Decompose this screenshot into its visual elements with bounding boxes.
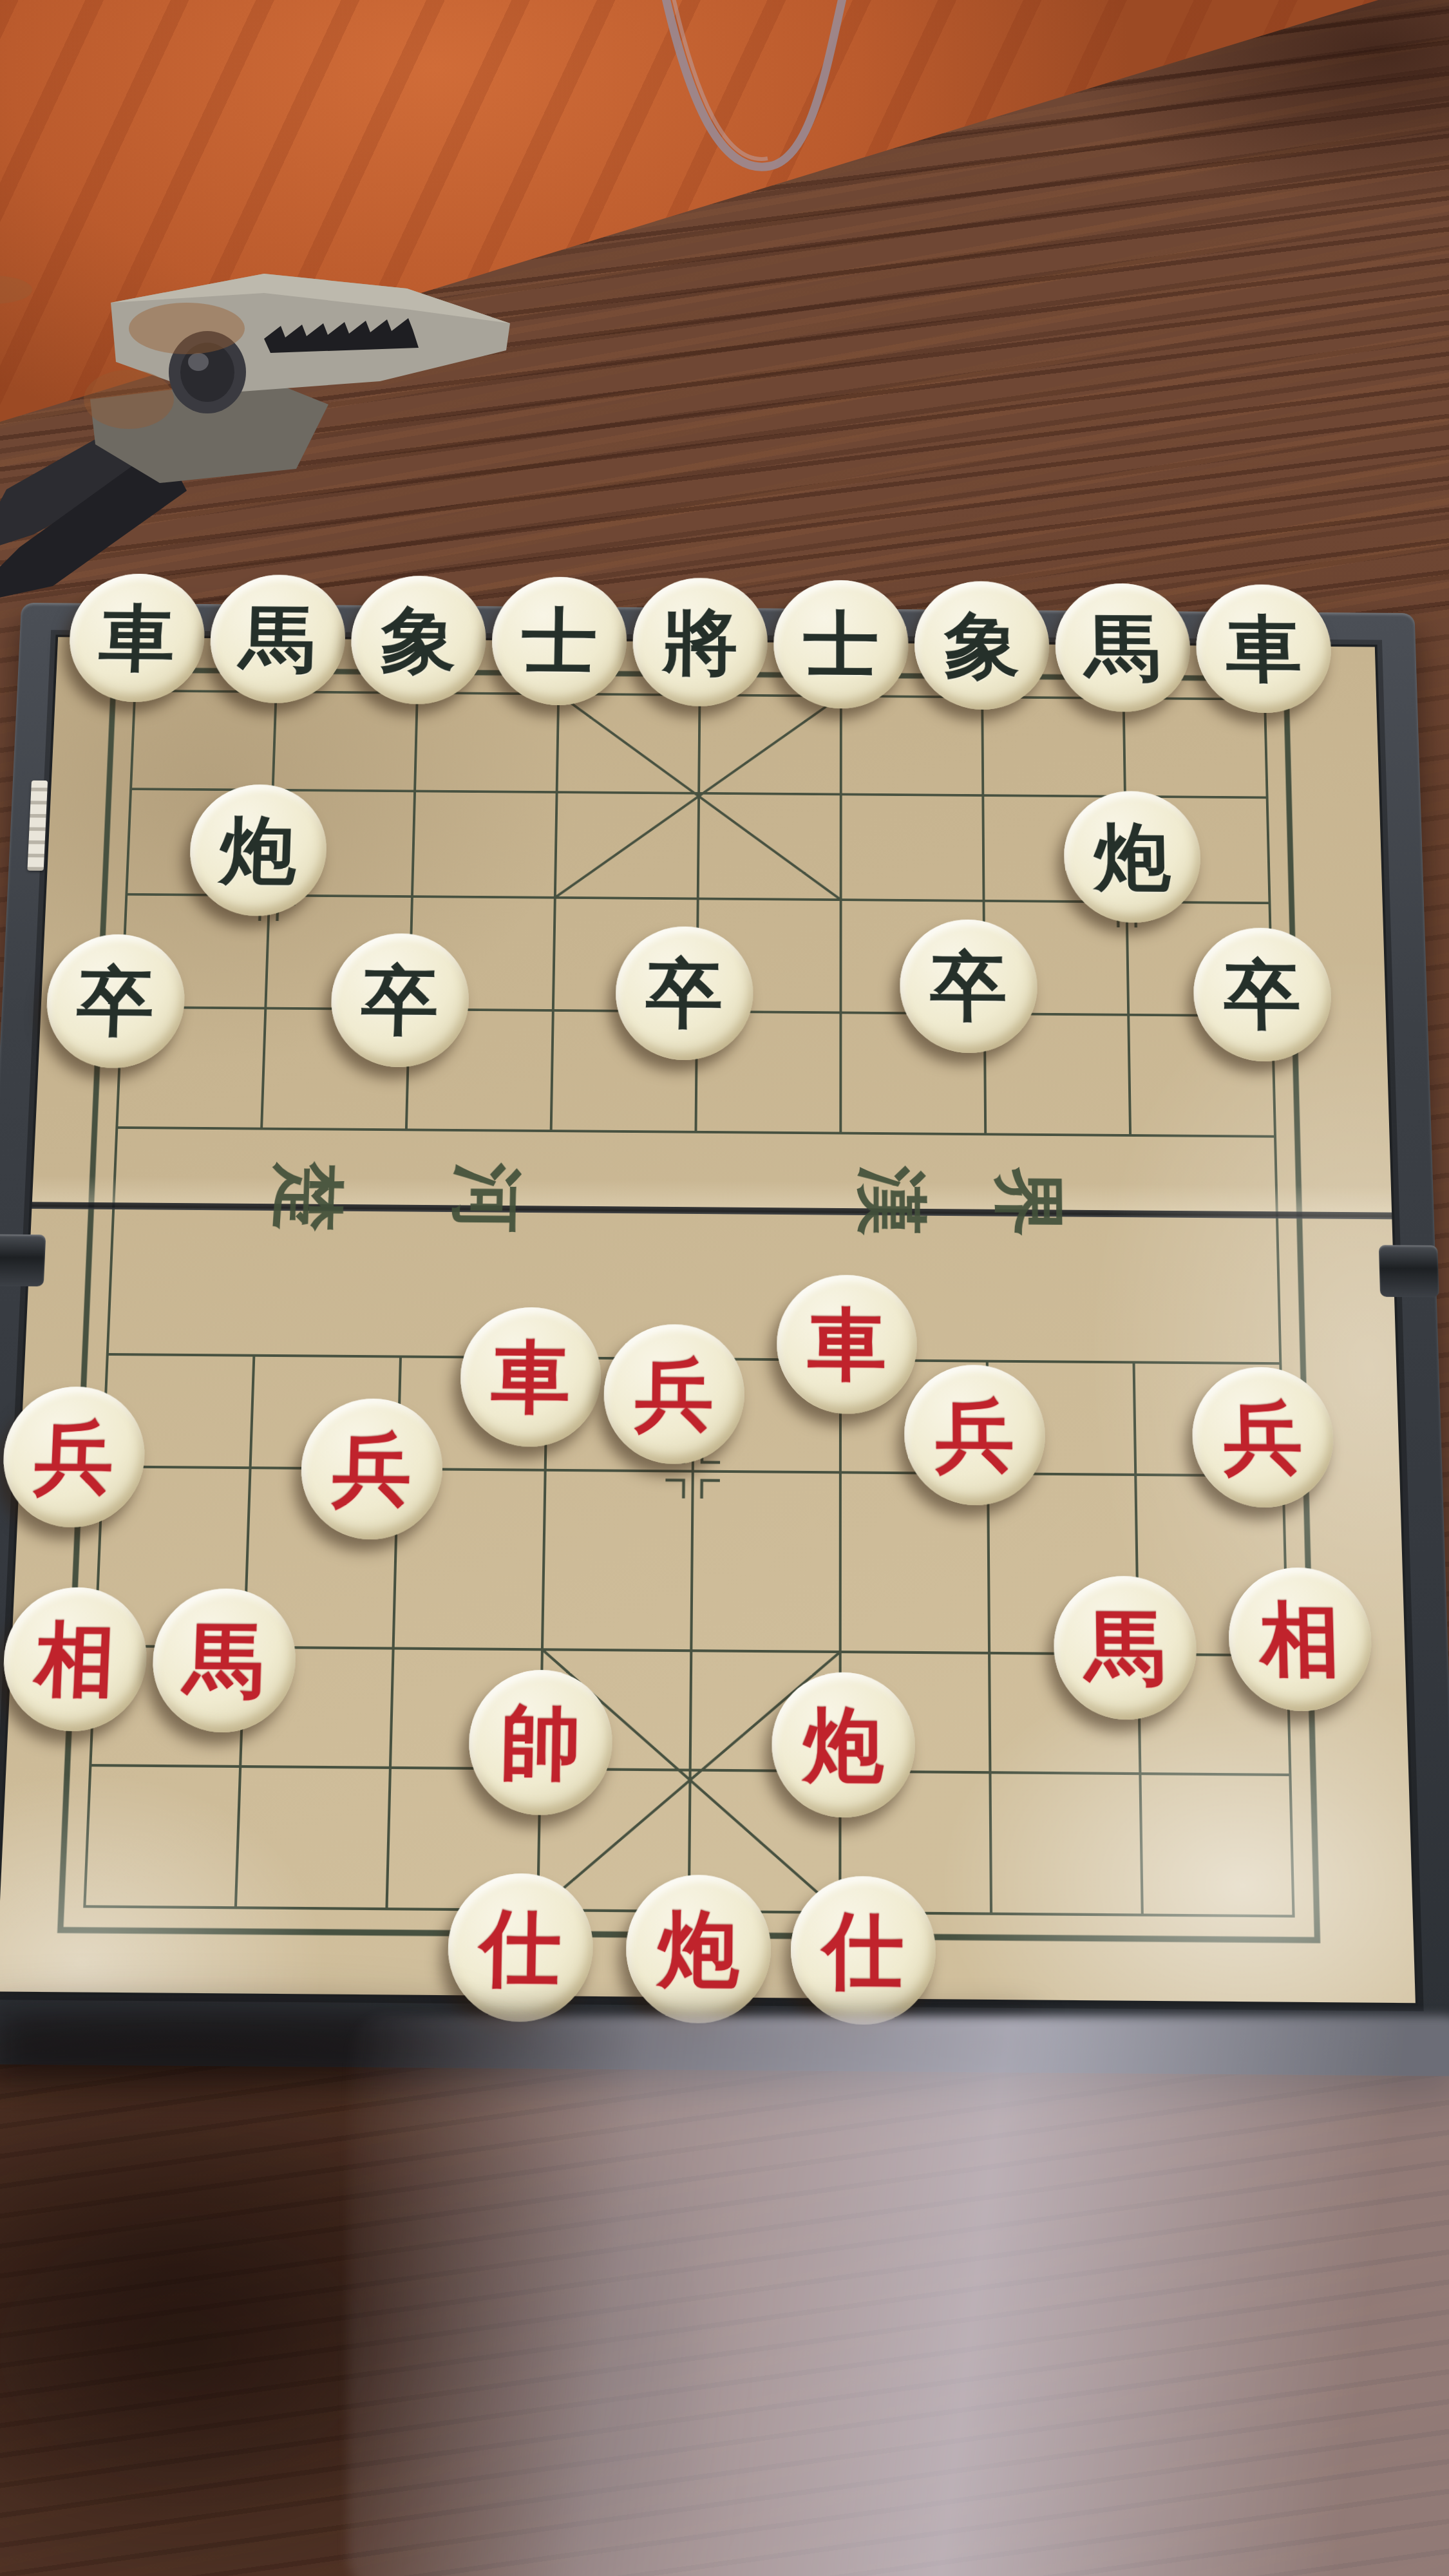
piece-red-cannon[interactable]: 炮: [772, 1672, 915, 1818]
photo-scene: 楚河漢界 車馬象士將士象馬車炮炮卒卒卒卒卒車兵車兵兵兵兵相馬馬相帥炮仕炮仕: [0, 0, 1449, 2576]
light-reflection: [348, 2016, 1449, 2576]
frame-sticker: [27, 781, 48, 871]
river-character: 界: [978, 1151, 1081, 1253]
river-character: 楚: [256, 1146, 361, 1247]
pliers: [0, 213, 528, 599]
hinge-pin-right: [1379, 1245, 1439, 1297]
xiangqi-board: 楚河漢界 車馬象士將士象馬車炮炮卒卒卒卒卒車兵車兵兵兵兵相馬馬相帥炮仕炮仕: [0, 603, 1449, 2076]
piece-black-advisor[interactable]: 士: [773, 580, 909, 709]
piece-red-advisor[interactable]: 仕: [791, 1875, 936, 2025]
piece-red-soldier[interactable]: 兵: [603, 1324, 744, 1465]
river-character: 河: [435, 1148, 539, 1249]
hinge-pin-left: [0, 1234, 46, 1286]
piece-black-soldier[interactable]: 卒: [900, 919, 1038, 1054]
piece-black-soldier[interactable]: 卒: [615, 926, 753, 1061]
piece-red-chariot[interactable]: 車: [777, 1274, 917, 1414]
river-character: 漢: [840, 1151, 943, 1252]
board-field[interactable]: 楚河漢界 車馬象士將士象馬車炮炮卒卒卒卒卒車兵車兵兵兵兵相馬馬相帥炮仕炮仕: [0, 637, 1416, 2003]
piece-black-general[interactable]: 將: [632, 578, 768, 707]
